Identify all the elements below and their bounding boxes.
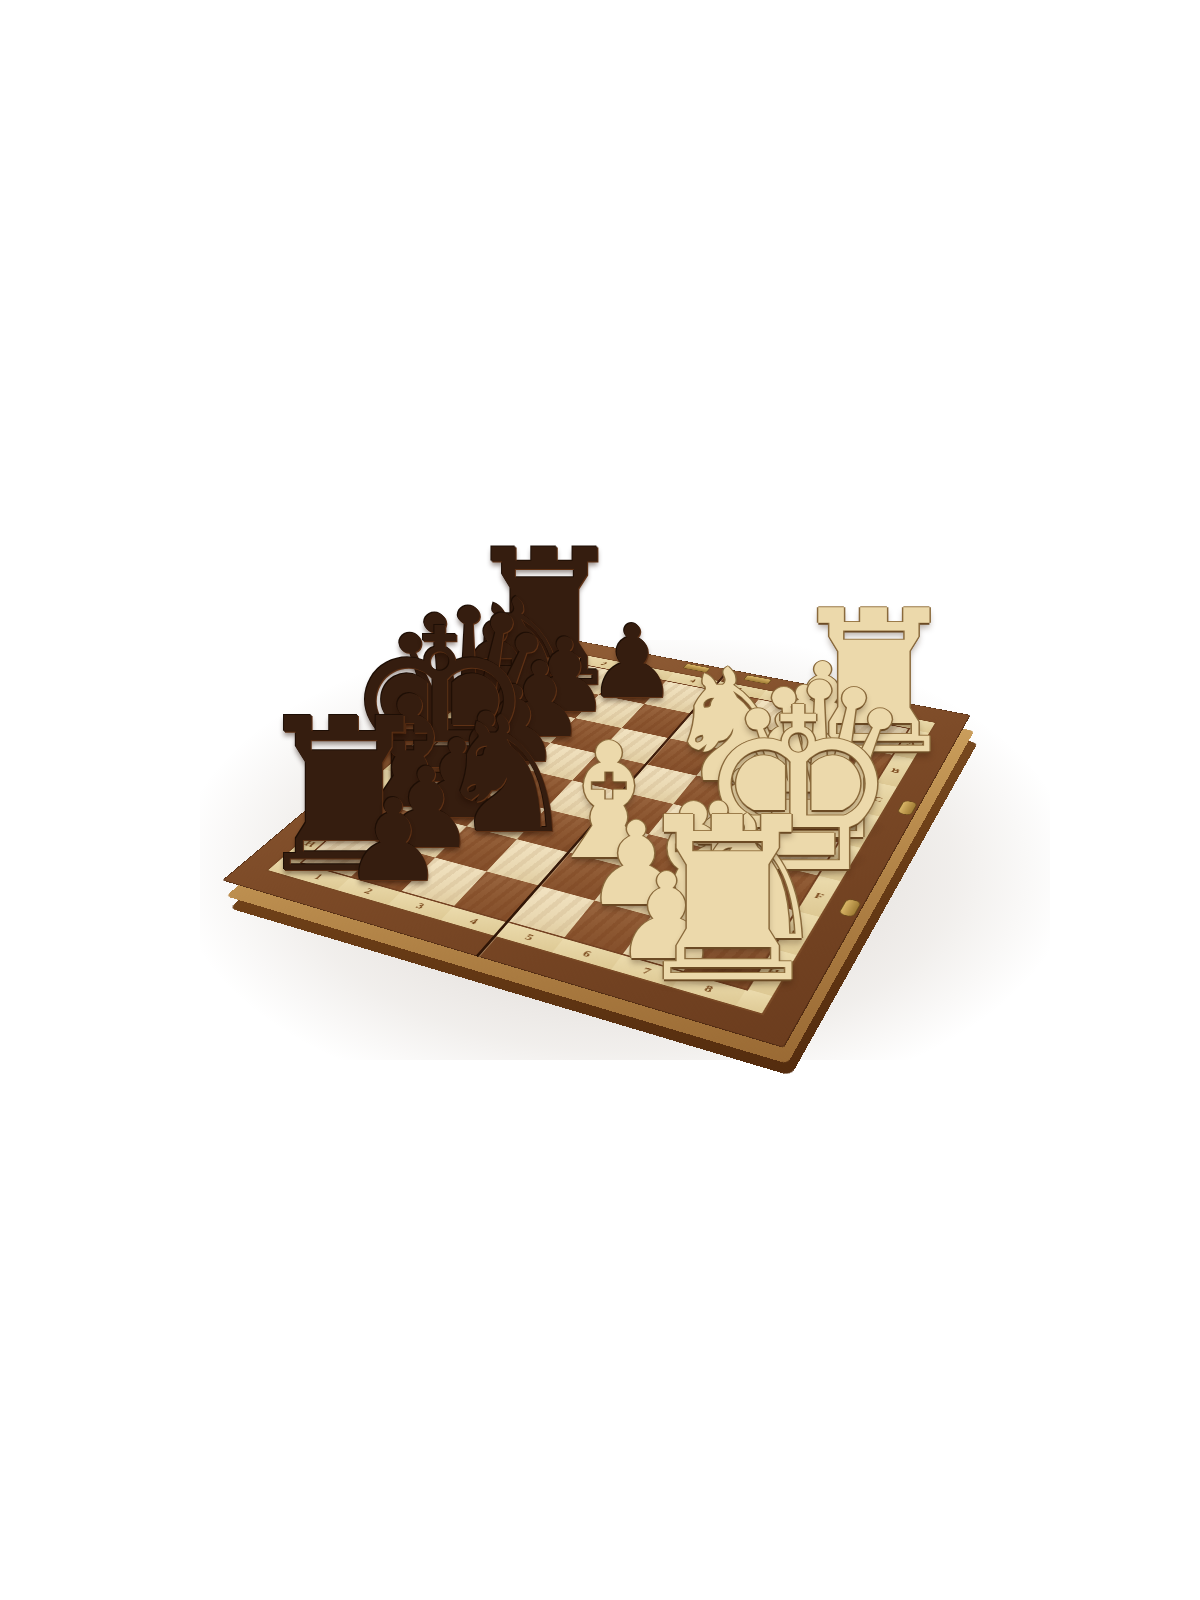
brass-hinge-icon xyxy=(684,664,710,672)
brass-clasp-icon xyxy=(898,801,917,816)
brass-hinge-icon xyxy=(744,675,771,684)
product-photo-page: 12345678AABBCCDDEEFFGGHH12345678 ♜♞♝♛♚♝♜… xyxy=(0,0,1200,1600)
brass-clasp-icon xyxy=(839,899,861,917)
